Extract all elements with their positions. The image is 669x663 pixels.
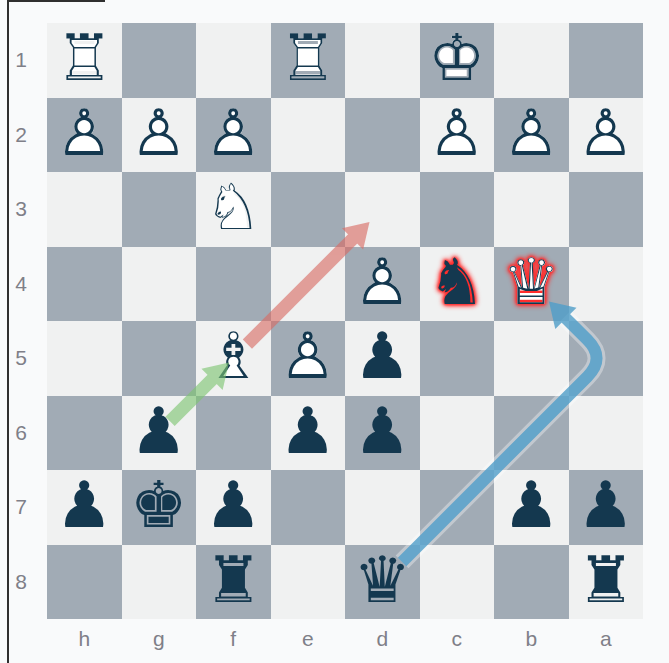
white-pawn-e5[interactable]: ♟♙ [271, 321, 346, 396]
square-g5[interactable] [122, 321, 197, 396]
square-f7[interactable]: ♟ [196, 470, 271, 545]
rank-label-5: 5 [8, 321, 34, 396]
square-a1[interactable] [569, 23, 644, 98]
piece-outline-layer: ♗ [205, 324, 262, 388]
window-edge-top-line [7, 0, 105, 2]
square-c3[interactable] [420, 172, 495, 247]
square-d4[interactable]: ♟♙ [345, 247, 420, 322]
file-label-e: e [271, 622, 346, 656]
square-b1[interactable] [494, 23, 569, 98]
square-h3[interactable] [47, 172, 122, 247]
square-g4[interactable] [122, 247, 197, 322]
square-b2[interactable]: ♟♙ [494, 98, 569, 173]
white-pawn-h2[interactable]: ♟♙ [47, 98, 122, 173]
piece-outline-layer: ♙ [354, 250, 411, 314]
square-e6[interactable]: ♟ [271, 396, 346, 471]
piece-solid-layer: ♟ [577, 473, 634, 537]
square-f5[interactable]: ♝♗ [196, 321, 271, 396]
piece-solid-layer: ♟ [130, 399, 187, 463]
white-queen-b4[interactable]: ♛♕ [494, 247, 569, 322]
white-rook-e1[interactable]: ♜♖ [271, 23, 346, 98]
piece-outline-layer: ♙ [205, 101, 262, 165]
square-f3[interactable]: ♞♘ [196, 172, 271, 247]
square-a5[interactable] [569, 321, 644, 396]
square-b6[interactable] [494, 396, 569, 471]
black-pawn-d6[interactable]: ♟ [345, 396, 420, 471]
piece-solid-layer: ♟ [354, 399, 411, 463]
rank-label-2: 2 [8, 98, 34, 173]
white-pawn-d4[interactable]: ♟♙ [345, 247, 420, 322]
square-h7[interactable]: ♟ [47, 470, 122, 545]
white-king-c1[interactable]: ♚♔ [420, 23, 495, 98]
square-a4[interactable] [569, 247, 644, 322]
black-pawn-h7[interactable]: ♟ [47, 470, 122, 545]
square-c6[interactable] [420, 396, 495, 471]
square-d6[interactable]: ♟ [345, 396, 420, 471]
piece-outline-layer: ♙ [56, 101, 113, 165]
piece-outline-layer: ♔ [428, 26, 485, 90]
piece-outline-layer: ♙ [428, 101, 485, 165]
piece-solid-layer: ♟ [354, 324, 411, 388]
square-f6[interactable] [196, 396, 271, 471]
black-king-g7[interactable]: ♚ [122, 470, 197, 545]
square-e4[interactable] [271, 247, 346, 322]
square-h8[interactable] [47, 545, 122, 620]
piece-outline-layer: ♖ [56, 26, 113, 90]
rank-label-3: 3 [8, 172, 34, 247]
piece-solid-layer: ♜ [205, 548, 262, 612]
square-g2[interactable]: ♟♙ [122, 98, 197, 173]
white-pawn-b2[interactable]: ♟♙ [494, 98, 569, 173]
square-g3[interactable] [122, 172, 197, 247]
square-h5[interactable] [47, 321, 122, 396]
white-pawn-a2[interactable]: ♟♙ [569, 98, 644, 173]
file-label-h: h [47, 622, 122, 656]
file-label-f: f [196, 622, 271, 656]
square-h4[interactable] [47, 247, 122, 322]
white-rook-h1[interactable]: ♜♖ [47, 23, 122, 98]
chess-analysis-page: ♜♖♜♖♚♔♟♙♟♙♟♙♟♙♟♙♟♙♞♘♟♙♞♛♕♝♗♟♙♟♟♟♟♟♚♟♟♟♜♛… [0, 0, 669, 663]
piece-outline-layer: ♙ [130, 101, 187, 165]
black-knight-c4[interactable]: ♞ [420, 247, 495, 322]
piece-solid-layer: ♟ [56, 473, 113, 537]
square-b4[interactable]: ♛♕ [494, 247, 569, 322]
square-c5[interactable] [420, 321, 495, 396]
white-bishop-f5[interactable]: ♝♗ [196, 321, 271, 396]
black-queen-d8[interactable]: ♛ [345, 545, 420, 620]
square-a8[interactable]: ♜ [569, 545, 644, 620]
square-f2[interactable]: ♟♙ [196, 98, 271, 173]
square-d3[interactable] [345, 172, 420, 247]
file-label-c: c [420, 622, 495, 656]
square-e5[interactable]: ♟♙ [271, 321, 346, 396]
square-f4[interactable] [196, 247, 271, 322]
black-pawn-a7[interactable]: ♟ [569, 470, 644, 545]
black-rook-f8[interactable]: ♜ [196, 545, 271, 620]
square-d5[interactable]: ♟ [345, 321, 420, 396]
square-g7[interactable]: ♚ [122, 470, 197, 545]
square-g8[interactable] [122, 545, 197, 620]
piece-outline-layer: ♙ [503, 101, 560, 165]
square-e3[interactable] [271, 172, 346, 247]
piece-solid-layer: ♜ [577, 548, 634, 612]
square-g6[interactable]: ♟ [122, 396, 197, 471]
square-e2[interactable] [271, 98, 346, 173]
board: ♜♖♜♖♚♔♟♙♟♙♟♙♟♙♟♙♟♙♞♘♟♙♞♛♕♝♗♟♙♟♟♟♟♟♚♟♟♟♜♛… [47, 23, 643, 619]
square-b7[interactable]: ♟ [494, 470, 569, 545]
square-d7[interactable] [345, 470, 420, 545]
piece-solid-layer: ♟ [205, 473, 262, 537]
rank-label-4: 4 [8, 247, 34, 322]
square-b8[interactable] [494, 545, 569, 620]
white-pawn-c2[interactable]: ♟♙ [420, 98, 495, 173]
square-c8[interactable] [420, 545, 495, 620]
square-h1[interactable]: ♜♖ [47, 23, 122, 98]
square-f1[interactable] [196, 23, 271, 98]
black-pawn-b7[interactable]: ♟ [494, 470, 569, 545]
piece-outline-layer: ♖ [279, 26, 336, 90]
square-d2[interactable] [345, 98, 420, 173]
square-b3[interactable] [494, 172, 569, 247]
square-a6[interactable] [569, 396, 644, 471]
black-pawn-f7[interactable]: ♟ [196, 470, 271, 545]
black-rook-a8[interactable]: ♜ [569, 545, 644, 620]
square-c7[interactable] [420, 470, 495, 545]
piece-outline-layer: ♕ [503, 250, 560, 314]
square-h6[interactable] [47, 396, 122, 471]
file-label-g: g [122, 622, 197, 656]
white-knight-f3[interactable]: ♞♘ [196, 172, 271, 247]
rank-label-7: 7 [8, 470, 34, 545]
rank-label-8: 8 [8, 545, 34, 620]
rank-label-1: 1 [8, 23, 34, 98]
rank-label-6: 6 [8, 396, 34, 471]
square-g1[interactable] [122, 23, 197, 98]
black-pawn-d5[interactable]: ♟ [345, 321, 420, 396]
square-f8[interactable]: ♜ [196, 545, 271, 620]
square-e1[interactable]: ♜♖ [271, 23, 346, 98]
piece-outline-layer: ♙ [279, 324, 336, 388]
piece-solid-layer: ♟ [503, 473, 560, 537]
square-c2[interactable]: ♟♙ [420, 98, 495, 173]
file-label-b: b [494, 622, 569, 656]
square-b5[interactable] [494, 321, 569, 396]
file-label-a: a [569, 622, 644, 656]
piece-solid-layer: ♟ [279, 399, 336, 463]
black-pawn-g6[interactable]: ♟ [122, 396, 197, 471]
square-a2[interactable]: ♟♙ [569, 98, 644, 173]
piece-outline-layer: ♙ [577, 101, 634, 165]
square-d8[interactable]: ♛ [345, 545, 420, 620]
file-label-d: d [345, 622, 420, 656]
square-a7[interactable]: ♟ [569, 470, 644, 545]
square-a3[interactable] [569, 172, 644, 247]
square-e8[interactable] [271, 545, 346, 620]
square-d1[interactable] [345, 23, 420, 98]
white-pawn-f2[interactable]: ♟♙ [196, 98, 271, 173]
piece-solid-layer: ♛ [354, 548, 411, 612]
piece-outline-layer: ♘ [205, 175, 262, 239]
piece-solid-layer: ♞ [428, 250, 485, 314]
piece-solid-layer: ♚ [130, 473, 187, 537]
black-pawn-e6[interactable]: ♟ [271, 396, 346, 471]
white-pawn-g2[interactable]: ♟♙ [122, 98, 197, 173]
square-c1[interactable]: ♚♔ [420, 23, 495, 98]
square-c4[interactable]: ♞ [420, 247, 495, 322]
square-h2[interactable]: ♟♙ [47, 98, 122, 173]
square-e7[interactable] [271, 470, 346, 545]
